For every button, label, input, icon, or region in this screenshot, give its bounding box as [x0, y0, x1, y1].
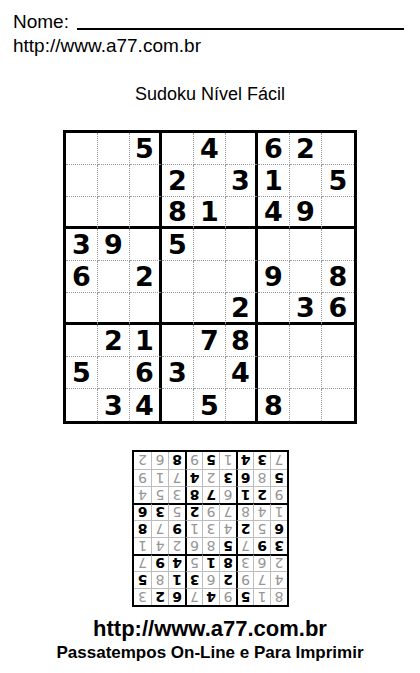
solution-cell: 7 — [151, 520, 168, 537]
puzzle-cell — [98, 197, 130, 229]
solution-cell: 9 — [151, 554, 168, 571]
puzzle-cell: 1 — [258, 165, 290, 197]
puzzle-cell: 1 — [130, 325, 162, 357]
puzzle-cell — [194, 165, 226, 197]
solution-cell: 3 — [270, 537, 287, 554]
solution-cell: 6 — [202, 571, 219, 588]
solution-cell: 2 — [185, 503, 202, 520]
solution-cell: 4 — [202, 588, 219, 605]
solution-cell: 7 — [236, 537, 253, 554]
puzzle-cell — [194, 293, 226, 325]
puzzle-cell — [322, 133, 354, 165]
solution-cell: 2 — [151, 588, 168, 605]
solution-cell: 3 — [151, 503, 168, 520]
solution-cell: 1 — [202, 554, 219, 571]
solution-cell: 4 — [270, 571, 287, 588]
solution-cell: 2 — [134, 452, 151, 469]
puzzle-cell — [130, 197, 162, 229]
solution-cell: 3 — [253, 452, 270, 469]
solution-cell: 6 — [185, 537, 202, 554]
solution-cell: 8 — [253, 469, 270, 486]
puzzle-cell — [162, 389, 194, 421]
solution-cell: 5 — [253, 520, 270, 537]
puzzle-cell — [226, 389, 258, 421]
solution-cell: 9 — [185, 452, 202, 469]
solution-cell: 9 — [253, 537, 270, 554]
solution-cell: 1 — [151, 469, 168, 486]
puzzle-cell: 1 — [194, 197, 226, 229]
puzzle-cell: 5 — [66, 357, 98, 389]
puzzle-cell: 3 — [98, 389, 130, 421]
puzzle-cell — [226, 229, 258, 261]
solution-cell: 6 — [236, 469, 253, 486]
puzzle-cell — [194, 357, 226, 389]
puzzle-cell — [98, 293, 130, 325]
solution-cell: 8 — [151, 571, 168, 588]
puzzle-cell — [290, 325, 322, 357]
solution-cell: 7 — [253, 571, 270, 588]
solution-cell: 1 — [253, 588, 270, 605]
solution-cell: 1 — [236, 486, 253, 503]
solution-grid-wrap: 8159476234792631852638154973975862416524… — [0, 450, 420, 607]
solution-cell: 3 — [168, 486, 185, 503]
puzzle-cell — [258, 325, 290, 357]
solution-cell: 5 — [270, 469, 287, 486]
solution-cell: 2 — [168, 537, 185, 554]
solution-cell: 6 — [168, 588, 185, 605]
page-title: Sudoku Nível Fácil — [0, 84, 420, 105]
page-header: Nome: http://www.a77.com.br — [0, 0, 420, 57]
solution-cell: 7 — [202, 486, 219, 503]
puzzle-cell — [98, 357, 130, 389]
puzzle-cell — [194, 261, 226, 293]
puzzle-cell — [258, 229, 290, 261]
puzzle-cell — [258, 357, 290, 389]
puzzle-cell: 4 — [130, 389, 162, 421]
puzzle-cell: 9 — [290, 197, 322, 229]
puzzle-cell — [98, 261, 130, 293]
puzzle-cell — [66, 165, 98, 197]
puzzle-cell — [226, 261, 258, 293]
puzzle-cell — [162, 293, 194, 325]
solution-cell: 1 — [185, 520, 202, 537]
puzzle-cell — [194, 229, 226, 261]
solution-cell: 7 — [168, 469, 185, 486]
puzzle-cell: 6 — [322, 293, 354, 325]
solution-cell: 9 — [134, 469, 151, 486]
solution-cell: 3 — [202, 520, 219, 537]
puzzle-cell: 2 — [162, 165, 194, 197]
puzzle-cell: 4 — [194, 133, 226, 165]
puzzle-cell — [162, 325, 194, 357]
solution-cell: 5 — [219, 537, 236, 554]
solution-cell: 8 — [168, 452, 185, 469]
solution-cell: 2 — [253, 486, 270, 503]
solution-cell: 8 — [185, 486, 202, 503]
solution-cell: 8 — [219, 554, 236, 571]
puzzle-cell: 8 — [226, 325, 258, 357]
puzzle-cell — [290, 229, 322, 261]
puzzle-cell: 9 — [258, 261, 290, 293]
solution-cell: 6 — [253, 554, 270, 571]
solution-cell: 5 — [236, 588, 253, 605]
name-row: Nome: — [13, 11, 404, 33]
solution-cell: 4 — [253, 503, 270, 520]
puzzle-cell — [66, 197, 98, 229]
puzzle-grid-wrap: 5462231581493956298236217856343458 — [0, 130, 420, 424]
solution-grid: 8159476234792631852638154973975862416524… — [132, 450, 289, 607]
puzzle-cell — [66, 325, 98, 357]
solution-cell: 7 — [134, 554, 151, 571]
puzzle-cell: 5 — [162, 229, 194, 261]
solution-cell: 9 — [236, 571, 253, 588]
puzzle-cell: 8 — [258, 389, 290, 421]
solution-cell: 4 — [219, 520, 236, 537]
puzzle-cell — [162, 261, 194, 293]
solution-cell: 7 — [270, 452, 287, 469]
solution-cell: 3 — [236, 554, 253, 571]
solution-cell: 6 — [134, 503, 151, 520]
puzzle-cell — [66, 133, 98, 165]
puzzle-cell: 5 — [322, 165, 354, 197]
solution-cell: 4 — [168, 554, 185, 571]
solution-cell: 3 — [185, 571, 202, 588]
puzzle-cell — [98, 133, 130, 165]
puzzle-cell: 8 — [162, 197, 194, 229]
puzzle-cell — [290, 261, 322, 293]
solution-cell: 2 — [270, 554, 287, 571]
solution-cell: 1 — [219, 452, 236, 469]
solution-cell: 1 — [134, 537, 151, 554]
solution-cell: 5 — [134, 571, 151, 588]
page-footer: http://www.a77.com.br Passatempos On-Lin… — [0, 616, 420, 663]
footer-url: http://www.a77.com.br — [0, 616, 420, 642]
puzzle-cell — [290, 357, 322, 389]
puzzle-grid: 5462231581493956298236217856343458 — [63, 130, 357, 424]
solution-cell: 3 — [134, 588, 151, 605]
puzzle-cell: 6 — [258, 133, 290, 165]
printable-sudoku-page: Nome: http://www.a77.com.br Sudoku Nível… — [0, 0, 420, 673]
puzzle-cell: 5 — [130, 133, 162, 165]
solution-cell: 5 — [151, 486, 168, 503]
puzzle-cell — [258, 293, 290, 325]
puzzle-cell — [322, 357, 354, 389]
name-blank-line — [77, 14, 404, 30]
solution-cell: 9 — [168, 520, 185, 537]
solution-cell: 2 — [219, 571, 236, 588]
puzzle-cell — [322, 389, 354, 421]
solution-cell: 6 — [270, 520, 287, 537]
puzzle-cell — [162, 133, 194, 165]
solution-cell: 4 — [236, 452, 253, 469]
puzzle-cell — [66, 293, 98, 325]
solution-cell: 8 — [134, 520, 151, 537]
solution-cell: 4 — [151, 537, 168, 554]
name-label: Nome: — [13, 11, 69, 33]
puzzle-cell — [130, 229, 162, 261]
puzzle-cell: 6 — [130, 357, 162, 389]
puzzle-cell: 3 — [226, 165, 258, 197]
solution-cell: 3 — [219, 469, 236, 486]
puzzle-cell — [290, 165, 322, 197]
puzzle-cell: 3 — [290, 293, 322, 325]
solution-cell: 7 — [185, 588, 202, 605]
puzzle-cell: 4 — [226, 357, 258, 389]
solution-cell: 4 — [134, 486, 151, 503]
puzzle-cell: 2 — [226, 293, 258, 325]
solution-cell: 7 — [219, 503, 236, 520]
solution-cell: 6 — [151, 452, 168, 469]
puzzle-cell: 2 — [98, 325, 130, 357]
solution-cell: 5 — [185, 554, 202, 571]
solution-cell: 2 — [236, 520, 253, 537]
puzzle-cell: 4 — [258, 197, 290, 229]
puzzle-cell — [322, 325, 354, 357]
puzzle-cell — [226, 133, 258, 165]
puzzle-cell — [130, 165, 162, 197]
solution-cell: 4 — [185, 469, 202, 486]
solution-cell: 9 — [270, 486, 287, 503]
solution-cell: 1 — [270, 503, 287, 520]
solution-cell: 8 — [270, 588, 287, 605]
solution-cell: 2 — [202, 469, 219, 486]
puzzle-cell: 2 — [130, 261, 162, 293]
puzzle-cell — [290, 389, 322, 421]
solution-cell: 9 — [202, 503, 219, 520]
puzzle-cell — [66, 389, 98, 421]
solution-cell: 5 — [168, 503, 185, 520]
puzzle-cell: 8 — [322, 261, 354, 293]
solution-cell: 9 — [219, 588, 236, 605]
puzzle-cell — [322, 229, 354, 261]
puzzle-cell — [322, 197, 354, 229]
puzzle-cell: 2 — [290, 133, 322, 165]
puzzle-cell — [226, 197, 258, 229]
footer-tagline: Passatempos On-Line e Para Imprimir — [0, 642, 420, 663]
puzzle-cell: 9 — [98, 229, 130, 261]
puzzle-cell: 3 — [66, 229, 98, 261]
solution-cell: 5 — [202, 452, 219, 469]
solution-cell: 1 — [168, 571, 185, 588]
solution-cell: 8 — [236, 503, 253, 520]
header-site-url: http://www.a77.com.br — [13, 34, 404, 57]
puzzle-cell: 6 — [66, 261, 98, 293]
puzzle-cell — [98, 165, 130, 197]
puzzle-cell: 3 — [162, 357, 194, 389]
puzzle-cell: 7 — [194, 325, 226, 357]
puzzle-cell: 5 — [194, 389, 226, 421]
puzzle-cell — [130, 293, 162, 325]
solution-cell: 6 — [219, 486, 236, 503]
solution-cell: 8 — [202, 537, 219, 554]
